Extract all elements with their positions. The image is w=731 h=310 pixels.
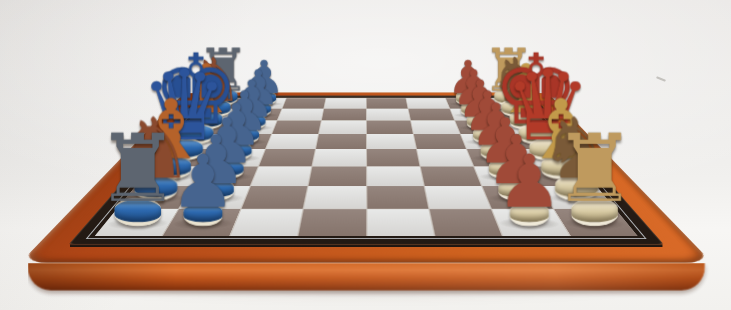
- square-b5[interactable]: [304, 186, 365, 209]
- square-e5[interactable]: [316, 134, 365, 149]
- square-f5[interactable]: [319, 121, 365, 134]
- wooden-plinth-front-edge: [27, 262, 704, 290]
- square-a4[interactable]: [366, 209, 433, 236]
- square-g4[interactable]: [366, 109, 409, 121]
- square-a7[interactable]: ♟: [162, 209, 240, 236]
- board-frame: ♜♟♟♜♞♟♟♞♝♟♟♝♚♟♟♚♛♟♟♛♝♟♟♝♞♟♟♞♜♟♟♜: [68, 95, 663, 244]
- perspective-stage: ♜♟♟♜♞♟♟♞♝♟♟♝♚♟♟♚♛♟♟♛♝♟♟♝♞♟♟♞♜♟♟♜: [0, 0, 731, 310]
- square-d5[interactable]: [312, 149, 365, 166]
- square-h4[interactable]: [366, 98, 407, 108]
- square-a5[interactable]: [298, 209, 365, 236]
- chess-board: ♜♟♟♜♞♟♟♞♝♟♟♝♚♟♟♚♛♟♟♛♝♟♟♝♞♟♟♞♜♟♟♜: [94, 98, 636, 236]
- square-c4[interactable]: [366, 166, 423, 185]
- square-c5[interactable]: [308, 166, 365, 185]
- black-pawn-glyph: ♟: [169, 152, 235, 212]
- square-e4[interactable]: [366, 134, 415, 149]
- chess-set-photo: ♜♟♟♜♞♟♟♞♝♟♟♝♚♟♟♚♛♟♟♛♝♟♟♝♞♟♟♞♜♟♟♜: [0, 0, 731, 310]
- square-f4[interactable]: [366, 121, 412, 134]
- square-d4[interactable]: [366, 149, 419, 166]
- white-rook-glyph: ♜: [552, 131, 636, 208]
- square-b4[interactable]: [366, 186, 427, 209]
- square-h5[interactable]: [324, 98, 365, 108]
- white-piece-base: [571, 197, 618, 226]
- board-plane: ♜♟♟♜♞♟♟♞♝♟♟♝♚♟♟♚♛♟♟♛♝♟♟♝♞♟♟♞♜♟♟♜: [68, 95, 663, 244]
- black-piece-base: [182, 201, 221, 226]
- square-g5[interactable]: [322, 109, 365, 121]
